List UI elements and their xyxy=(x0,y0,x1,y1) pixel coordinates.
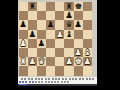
black-pawn-c4: ♟ xyxy=(38,39,46,48)
square-a6: ♟ xyxy=(19,20,28,29)
square-f3 xyxy=(64,48,73,57)
black-king-g8: ♚ xyxy=(74,2,82,11)
square-d6: ♟ xyxy=(46,20,55,29)
square-a1 xyxy=(19,66,28,75)
square-c7 xyxy=(37,11,46,20)
square-c8 xyxy=(37,2,46,11)
square-c1 xyxy=(37,66,46,75)
square-f1 xyxy=(64,66,73,75)
black-queen-f6: ♛ xyxy=(65,20,73,29)
black-pawn-b5: ♟ xyxy=(28,30,36,39)
square-c4: ♟ xyxy=(37,39,46,48)
black-pawn-d6: ♟ xyxy=(47,20,55,29)
square-d8 xyxy=(46,2,55,11)
square-g5 xyxy=(74,30,83,39)
status-text-line1 xyxy=(21,78,94,80)
square-g6: ♟ xyxy=(74,20,83,29)
square-a5 xyxy=(19,30,28,39)
white-pawn-h2: ♟ xyxy=(84,57,92,66)
square-b7 xyxy=(28,11,37,20)
square-d4 xyxy=(46,39,55,48)
square-a2: ♜ xyxy=(19,57,28,66)
square-b1 xyxy=(28,66,37,75)
square-h8 xyxy=(83,2,92,11)
square-d5 xyxy=(46,30,55,39)
square-g7 xyxy=(74,11,83,20)
square-h4 xyxy=(83,39,92,48)
square-b8: ♜ xyxy=(28,2,37,11)
square-b2: ♟ xyxy=(28,57,37,66)
square-h6 xyxy=(83,20,92,29)
square-a4: ♟ xyxy=(19,39,28,48)
square-f5: ♝ xyxy=(64,30,73,39)
blue-progress-marker xyxy=(19,84,27,86)
white-pawn-g3: ♟ xyxy=(74,48,82,57)
white-bishop-h3: ♝ xyxy=(84,48,92,57)
square-g8: ♚ xyxy=(74,2,83,11)
white-king-g2: ♚ xyxy=(74,57,82,66)
square-b6 xyxy=(28,20,37,29)
chess-gui-window: ♜♜♚♟♟♟♛♟♟♟♝♟♟♟♝♜♟♛♟♚♟ xyxy=(18,0,97,86)
thumbnail-canvas: { "game": "chess", "position": { "fen_bo… xyxy=(0,0,120,90)
white-pawn-b2: ♟ xyxy=(28,57,36,66)
square-e4 xyxy=(55,39,64,48)
square-h2: ♟ xyxy=(83,57,92,66)
square-g4 xyxy=(74,39,83,48)
square-h3: ♝ xyxy=(83,48,92,57)
white-rook-a2: ♜ xyxy=(19,57,27,66)
square-f4 xyxy=(64,39,73,48)
black-bishop-f5: ♝ xyxy=(65,30,73,39)
square-c2: ♛ xyxy=(37,57,46,66)
square-e5: ♟ xyxy=(55,30,64,39)
square-h5 xyxy=(83,30,92,39)
square-f7: ♟ xyxy=(64,11,73,20)
square-f8: ♜ xyxy=(64,2,73,11)
square-e6 xyxy=(55,20,64,29)
square-f2: ♟ xyxy=(64,57,73,66)
square-f6: ♛ xyxy=(64,20,73,29)
square-d3 xyxy=(46,48,55,57)
white-pawn-e5: ♟ xyxy=(56,30,64,39)
square-c6 xyxy=(37,20,46,29)
square-g3: ♟ xyxy=(74,48,83,57)
square-b5: ♟ xyxy=(28,30,37,39)
square-a3 xyxy=(19,48,28,57)
black-rook-f8: ♜ xyxy=(65,2,73,11)
bottom-bar xyxy=(18,84,97,86)
square-c3 xyxy=(37,48,46,57)
square-h1 xyxy=(83,66,92,75)
white-queen-c2: ♛ xyxy=(38,57,46,66)
square-d2 xyxy=(46,57,55,66)
square-a8 xyxy=(19,2,28,11)
square-d1 xyxy=(46,66,55,75)
black-pawn-f7: ♟ xyxy=(65,11,73,20)
black-pawn-a6: ♟ xyxy=(19,20,27,29)
black-pawn-g6: ♟ xyxy=(74,20,82,29)
white-pawn-a4: ♟ xyxy=(19,39,27,48)
square-e7 xyxy=(55,11,64,20)
square-a7 xyxy=(19,11,28,20)
square-b3 xyxy=(28,48,37,57)
square-g1 xyxy=(74,66,83,75)
square-e8 xyxy=(55,2,64,11)
square-h7 xyxy=(83,11,92,20)
square-e3 xyxy=(55,48,64,57)
white-pawn-f2: ♟ xyxy=(65,57,73,66)
square-g2: ♚ xyxy=(74,57,83,66)
chess-board: ♜♜♚♟♟♟♛♟♟♟♝♟♟♟♝♜♟♛♟♚♟ xyxy=(19,2,93,76)
square-e1 xyxy=(55,66,64,75)
square-b4 xyxy=(28,39,37,48)
square-d7 xyxy=(46,11,55,20)
black-rook-b8: ♜ xyxy=(28,2,36,11)
square-c5 xyxy=(37,30,46,39)
square-e2 xyxy=(55,57,64,66)
